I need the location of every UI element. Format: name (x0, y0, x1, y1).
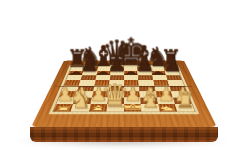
square-f7[interactable]: ♟ (137, 71, 151, 76)
piece-black-pawn-h7[interactable]: ♟ (163, 54, 182, 76)
piece-white-knight-b1[interactable]: ♞ (68, 87, 90, 112)
board-inlay-border: ♜♞♝♛♚♝♞♜♟♟♟♟♟♟♟♟♟♟♟♟♟♟♟♟♜♞♝♛♚♝♞♜ (48, 65, 199, 114)
piece-white-rook-h1[interactable]: ♜ (175, 89, 195, 111)
piece-white-bishop-f1[interactable]: ♝ (138, 85, 162, 112)
square-d7[interactable]: ♟ (110, 71, 124, 76)
chess-board[interactable]: ♜♞♝♛♚♝♞♜♟♟♟♟♟♟♟♟♟♟♟♟♟♟♟♟♜♞♝♛♚♝♞♜ (53, 66, 194, 111)
square-b7[interactable]: ♟ (82, 71, 97, 76)
piece-white-queen-d1[interactable]: ♛ (101, 80, 129, 111)
square-f1[interactable]: ♝ (140, 104, 158, 111)
square-d1[interactable]: ♛ (106, 104, 124, 111)
piece-black-pawn-d7[interactable]: ♟ (107, 54, 126, 76)
board-side-edge (30, 127, 218, 142)
piece-black-pawn-f7[interactable]: ♟ (135, 54, 154, 76)
board-frame: ♜♞♝♛♚♝♞♜♟♟♟♟♟♟♟♟♟♟♟♟♟♟♟♟♜♞♝♛♚♝♞♜ (31, 60, 217, 127)
chess-set-photo: ♜♞♝♛♚♝♞♜♟♟♟♟♟♟♟♟♟♟♟♟♟♟♟♟♜♞♝♛♚♝♞♜ (0, 0, 243, 150)
square-b1[interactable]: ♞ (71, 104, 90, 111)
square-h1[interactable]: ♜ (174, 104, 194, 111)
board-3d-wrapper: ♜♞♝♛♚♝♞♜♟♟♟♟♟♟♟♟♟♟♟♟♟♟♟♟♜♞♝♛♚♝♞♜ (31, 60, 217, 127)
square-h7[interactable]: ♟ (164, 71, 179, 76)
piece-black-pawn-b7[interactable]: ♟ (79, 54, 98, 76)
